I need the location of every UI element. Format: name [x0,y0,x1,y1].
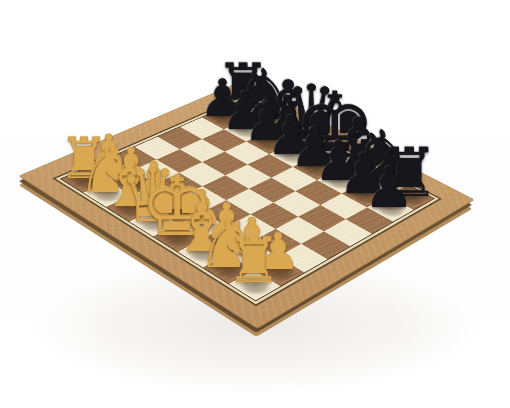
chess-set-product-photo: ♜♞♝♛♚♝♞♜♟♟♟♟♟♟♟♟♟♟♟♟♟♟♟♟♜♞♝♛♚♝♞♜ [0,0,510,408]
